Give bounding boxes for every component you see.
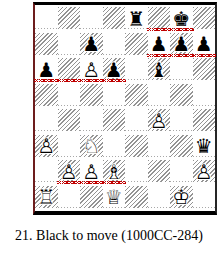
square-e7	[125, 33, 148, 59]
square-e8: ♜	[125, 7, 148, 33]
square-c5	[80, 84, 103, 110]
piece-black-pawn: ♟	[35, 58, 58, 81]
square-f8	[148, 7, 171, 33]
square-f7: ♟	[148, 33, 171, 59]
square-d6: ♟	[103, 58, 126, 84]
square-b2: ♟♙	[58, 160, 81, 186]
square-b4	[58, 109, 81, 135]
square-c7: ♟	[80, 33, 103, 59]
square-d5	[103, 84, 126, 110]
piece-black-pawn: ♟	[103, 58, 126, 81]
square-b5	[58, 84, 81, 110]
square-f4: ♟♙	[148, 109, 171, 135]
square-d8	[103, 7, 126, 33]
square-g7: ♟	[170, 33, 193, 59]
square-g8: ♚	[170, 7, 193, 33]
square-d7	[103, 33, 126, 59]
square-g2	[170, 160, 193, 186]
square-d1: ♛♕	[103, 186, 126, 212]
piece-white-rook: ♜♖	[35, 186, 58, 209]
diagram-caption: 21. Black to move (1000CC-284)	[0, 228, 218, 244]
piece-black-pawn: ♟	[80, 33, 103, 56]
chess-board: ♜♚♟♟♟♟♟♟♙♟♝♟♙♟♙♞♘♛♟♙♟♙♝♗♟♙♜♖♛♕♚♔	[35, 7, 215, 211]
square-g5	[170, 84, 193, 110]
piece-black-king: ♚	[170, 7, 193, 30]
square-a8	[35, 7, 58, 33]
square-c4	[80, 109, 103, 135]
square-a2	[35, 160, 58, 186]
piece-white-king: ♚♔	[170, 186, 193, 209]
square-f1	[148, 186, 171, 212]
square-a4	[35, 109, 58, 135]
square-d3	[103, 135, 126, 161]
square-a3: ♟♙	[35, 135, 58, 161]
square-h4	[193, 109, 216, 135]
square-g1: ♚♔	[170, 186, 193, 212]
square-f3	[148, 135, 171, 161]
square-h5	[193, 84, 216, 110]
piece-black-queen: ♛	[193, 135, 216, 158]
square-h2: ♟♙	[193, 160, 216, 186]
piece-white-pawn: ♟♙	[58, 160, 81, 183]
square-d4	[103, 109, 126, 135]
square-f2	[148, 160, 171, 186]
square-e4	[125, 109, 148, 135]
square-g4	[170, 109, 193, 135]
square-h7: ♟	[193, 33, 216, 59]
piece-black-bishop: ♝	[148, 58, 171, 81]
piece-white-pawn: ♟♙	[35, 135, 58, 158]
square-e2	[125, 160, 148, 186]
square-g3	[170, 135, 193, 161]
square-c3: ♞♘	[80, 135, 103, 161]
square-a7	[35, 33, 58, 59]
square-c2: ♟♙	[80, 160, 103, 186]
piece-white-pawn: ♟♙	[148, 109, 171, 132]
piece-white-queen: ♛♕	[103, 186, 126, 209]
square-e6	[125, 58, 148, 84]
piece-black-pawn: ♟	[170, 33, 193, 56]
chess-board-frame: ♜♚♟♟♟♟♟♟♙♟♝♟♙♟♙♞♘♛♟♙♟♙♝♗♟♙♜♖♛♕♚♔	[33, 2, 217, 215]
square-a5	[35, 84, 58, 110]
piece-white-pawn: ♟♙	[80, 160, 103, 183]
square-b8	[58, 7, 81, 33]
piece-black-rook: ♜	[125, 7, 148, 30]
piece-white-knight: ♞♘	[80, 135, 103, 158]
piece-white-pawn: ♟♙	[80, 58, 103, 81]
square-f6: ♝	[148, 58, 171, 84]
square-b3	[58, 135, 81, 161]
square-g6	[170, 58, 193, 84]
piece-white-pawn: ♟♙	[193, 160, 216, 183]
square-f5	[148, 84, 171, 110]
square-c6: ♟♙	[80, 58, 103, 84]
square-e5	[125, 84, 148, 110]
square-e3	[125, 135, 148, 161]
square-b1	[58, 186, 81, 212]
square-b7	[58, 33, 81, 59]
square-h1	[193, 186, 216, 212]
square-a6: ♟	[35, 58, 58, 84]
square-c1	[80, 186, 103, 212]
square-c8	[80, 7, 103, 33]
square-h8	[193, 7, 216, 33]
square-e1	[125, 186, 148, 212]
square-h6	[193, 58, 216, 84]
piece-black-pawn: ♟	[148, 33, 171, 56]
square-a1: ♜♖	[35, 186, 58, 212]
square-b6	[58, 58, 81, 84]
square-h3: ♛	[193, 135, 216, 161]
square-d2: ♝♗	[103, 160, 126, 186]
piece-black-pawn: ♟	[193, 33, 216, 56]
piece-white-bishop: ♝♗	[103, 160, 126, 183]
